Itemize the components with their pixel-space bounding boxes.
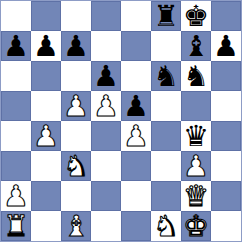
square-h7[interactable]: ♟ xyxy=(211,31,241,61)
square-f7[interactable] xyxy=(151,31,181,61)
square-d5[interactable]: ♟ xyxy=(91,91,121,121)
piece-white-pawn[interactable]: ♟ xyxy=(33,122,59,151)
piece-black-king[interactable]: ♚ xyxy=(183,2,209,31)
piece-black-knight[interactable]: ♞ xyxy=(153,62,179,91)
square-b5[interactable] xyxy=(31,91,61,121)
square-e1[interactable] xyxy=(121,211,151,241)
square-c6[interactable] xyxy=(61,61,91,91)
square-b1[interactable] xyxy=(31,211,61,241)
piece-black-knight[interactable]: ♞ xyxy=(183,62,209,91)
square-b3[interactable] xyxy=(31,151,61,181)
piece-black-pawn[interactable]: ♟ xyxy=(3,32,29,61)
square-a4[interactable] xyxy=(1,121,31,151)
square-c5[interactable]: ♟ xyxy=(61,91,91,121)
square-f8[interactable]: ♜ xyxy=(151,1,181,31)
square-c4[interactable] xyxy=(61,121,91,151)
piece-white-queen[interactable]: ♛ xyxy=(183,182,209,211)
square-h2[interactable] xyxy=(211,181,241,211)
square-h5[interactable] xyxy=(211,91,241,121)
piece-white-knight[interactable]: ♞ xyxy=(153,212,179,241)
square-d8[interactable] xyxy=(91,1,121,31)
square-g6[interactable]: ♞ xyxy=(181,61,211,91)
square-h1[interactable] xyxy=(211,211,241,241)
piece-black-bishop[interactable]: ♝ xyxy=(183,32,209,61)
square-g2[interactable]: ♛ xyxy=(181,181,211,211)
piece-black-queen[interactable]: ♛ xyxy=(183,122,209,151)
piece-white-pawn[interactable]: ♟ xyxy=(63,92,89,121)
piece-white-pawn[interactable]: ♟ xyxy=(123,122,149,151)
square-h4[interactable] xyxy=(211,121,241,151)
piece-white-knight[interactable]: ♞ xyxy=(63,152,89,181)
square-a7[interactable]: ♟ xyxy=(1,31,31,61)
square-f5[interactable] xyxy=(151,91,181,121)
square-c8[interactable] xyxy=(61,1,91,31)
square-c1[interactable]: ♝ xyxy=(61,211,91,241)
piece-white-pawn[interactable]: ♟ xyxy=(3,182,29,211)
square-a2[interactable]: ♟ xyxy=(1,181,31,211)
square-c2[interactable] xyxy=(61,181,91,211)
square-d1[interactable] xyxy=(91,211,121,241)
square-g7[interactable]: ♝ xyxy=(181,31,211,61)
square-f6[interactable]: ♞ xyxy=(151,61,181,91)
square-g3[interactable]: ♟ xyxy=(181,151,211,181)
square-d7[interactable] xyxy=(91,31,121,61)
piece-black-pawn[interactable]: ♟ xyxy=(33,32,59,61)
square-c3[interactable]: ♞ xyxy=(61,151,91,181)
square-a6[interactable] xyxy=(1,61,31,91)
square-g8[interactable]: ♚ xyxy=(181,1,211,31)
square-h8[interactable] xyxy=(211,1,241,31)
square-g5[interactable] xyxy=(181,91,211,121)
square-e3[interactable] xyxy=(121,151,151,181)
square-a3[interactable] xyxy=(1,151,31,181)
square-a1[interactable]: ♜ xyxy=(1,211,31,241)
square-d3[interactable] xyxy=(91,151,121,181)
square-f2[interactable] xyxy=(151,181,181,211)
square-g1[interactable]: ♚ xyxy=(181,211,211,241)
square-b2[interactable] xyxy=(31,181,61,211)
square-d2[interactable] xyxy=(91,181,121,211)
square-a5[interactable] xyxy=(1,91,31,121)
piece-white-bishop[interactable]: ♝ xyxy=(63,212,89,241)
square-e4[interactable]: ♟ xyxy=(121,121,151,151)
square-e7[interactable] xyxy=(121,31,151,61)
square-h3[interactable] xyxy=(211,151,241,181)
square-b6[interactable] xyxy=(31,61,61,91)
square-h6[interactable] xyxy=(211,61,241,91)
square-b8[interactable] xyxy=(31,1,61,31)
square-f1[interactable]: ♞ xyxy=(151,211,181,241)
square-b7[interactable]: ♟ xyxy=(31,31,61,61)
square-g4[interactable]: ♛ xyxy=(181,121,211,151)
square-f3[interactable] xyxy=(151,151,181,181)
square-e6[interactable] xyxy=(121,61,151,91)
square-e2[interactable] xyxy=(121,181,151,211)
piece-black-pawn[interactable]: ♟ xyxy=(123,92,149,121)
piece-white-pawn[interactable]: ♟ xyxy=(93,92,119,121)
square-b4[interactable]: ♟ xyxy=(31,121,61,151)
square-d4[interactable] xyxy=(91,121,121,151)
piece-black-rook[interactable]: ♜ xyxy=(153,2,179,31)
square-d6[interactable]: ♟ xyxy=(91,61,121,91)
piece-black-pawn[interactable]: ♟ xyxy=(93,62,119,91)
square-c7[interactable]: ♟ xyxy=(61,31,91,61)
chess-board: ♜♚♟♟♟♝♟♟♞♞♟♟♟♟♟♛♞♟♟♛♜♝♞♚ xyxy=(0,0,242,242)
piece-black-pawn[interactable]: ♟ xyxy=(63,32,89,61)
piece-white-king[interactable]: ♚ xyxy=(183,212,209,241)
piece-black-pawn[interactable]: ♟ xyxy=(213,32,239,61)
square-a8[interactable] xyxy=(1,1,31,31)
square-e5[interactable]: ♟ xyxy=(121,91,151,121)
square-e8[interactable] xyxy=(121,1,151,31)
piece-white-rook[interactable]: ♜ xyxy=(3,212,29,241)
piece-white-pawn[interactable]: ♟ xyxy=(183,152,209,181)
square-f4[interactable] xyxy=(151,121,181,151)
